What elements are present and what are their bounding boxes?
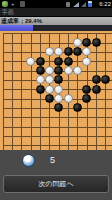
- white-stone[interactable]: [45, 66, 54, 75]
- black-stone[interactable]: [82, 94, 91, 103]
- network-icon: [81, 2, 86, 7]
- black-stone[interactable]: [36, 57, 45, 66]
- white-stone[interactable]: [45, 75, 54, 84]
- notification-app-icon: [2, 1, 8, 7]
- remaining-count: 5: [50, 155, 55, 166]
- black-stone[interactable]: [54, 103, 63, 112]
- black-stone[interactable]: [64, 47, 73, 56]
- black-stone[interactable]: [73, 47, 82, 56]
- black-stone[interactable]: [92, 38, 101, 47]
- white-stone[interactable]: [82, 57, 91, 66]
- white-stone[interactable]: [54, 85, 63, 94]
- black-stone[interactable]: [73, 103, 82, 112]
- battery-icon: [88, 1, 92, 7]
- vibrate-icon: [66, 2, 70, 7]
- next-problem-button[interactable]: 次の問題へ: [3, 175, 109, 193]
- board-vline: [105, 33, 106, 150]
- black-stone[interactable]: [54, 66, 63, 75]
- white-stone[interactable]: [36, 75, 45, 84]
- white-stone[interactable]: [54, 47, 63, 56]
- signal-icon: [73, 2, 79, 7]
- bottom-panel: 5 次の問題へ: [0, 150, 112, 200]
- black-stone[interactable]: [36, 66, 45, 75]
- black-stone[interactable]: [101, 75, 110, 84]
- go-board[interactable]: [0, 31, 112, 150]
- achievement-rate-label: 達成率：29.4%: [1, 18, 42, 24]
- white-stone[interactable]: [45, 85, 54, 94]
- black-stone[interactable]: [82, 85, 91, 94]
- black-stone[interactable]: [82, 38, 91, 47]
- app-screen: + 6:22 手筋 達成率：29.4% 5 次の問題へ: [0, 0, 112, 200]
- board-vline: [3, 33, 4, 150]
- board-vline: [31, 33, 32, 150]
- black-stone[interactable]: [36, 85, 45, 94]
- title-bar: 手筋: [0, 8, 112, 17]
- white-stone[interactable]: [64, 66, 73, 75]
- achievement-rate-row: 達成率：29.4%: [0, 17, 112, 25]
- status-bar: + 6:22: [0, 0, 112, 8]
- black-stone[interactable]: [45, 94, 54, 103]
- status-clock: 6:22: [99, 1, 111, 7]
- white-stone[interactable]: [45, 47, 54, 56]
- sphere-icon[interactable]: [22, 154, 35, 167]
- white-stone[interactable]: [82, 47, 91, 56]
- black-stone[interactable]: [54, 75, 63, 84]
- black-stone[interactable]: [92, 85, 101, 94]
- white-stone[interactable]: [54, 94, 63, 103]
- white-stone[interactable]: [26, 57, 35, 66]
- plus-icon: +: [11, 1, 16, 7]
- black-stone[interactable]: [64, 57, 73, 66]
- usb-icon: [20, 1, 25, 7]
- white-stone[interactable]: [73, 38, 82, 47]
- page-title: 手筋: [2, 9, 14, 16]
- white-stone[interactable]: [73, 66, 82, 75]
- board-vline: [12, 33, 13, 150]
- white-stone[interactable]: [64, 94, 73, 103]
- black-stone[interactable]: [54, 57, 63, 66]
- board-vline: [21, 33, 22, 150]
- black-stone[interactable]: [92, 75, 101, 84]
